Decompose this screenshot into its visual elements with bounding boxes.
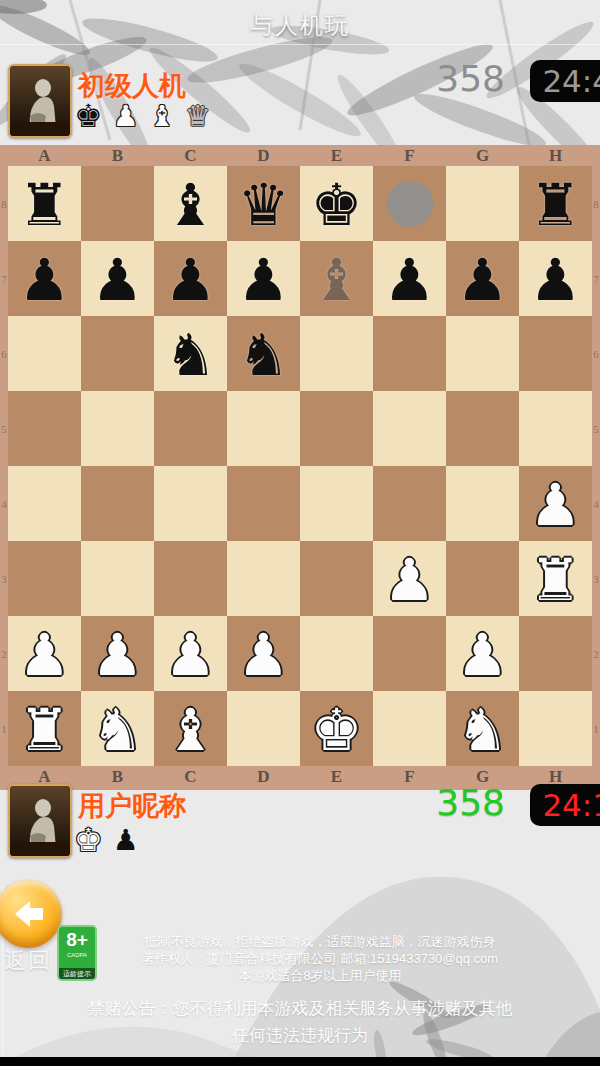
top-player-clock: 24:4 bbox=[530, 60, 600, 102]
captured-white-bishop: ♝ bbox=[149, 98, 175, 134]
square-h5[interactable] bbox=[519, 391, 592, 466]
board-frame-corner bbox=[592, 145, 600, 166]
piece-white-king: ♚ bbox=[300, 691, 373, 766]
square-b2[interactable]: ♟ bbox=[81, 616, 154, 691]
file-label-a: A bbox=[8, 145, 81, 166]
piece-black-bishop-ghost: ♝ bbox=[300, 241, 373, 316]
square-b8[interactable] bbox=[81, 166, 154, 241]
age-rating-badge: 8+ CADPA 适龄提示 bbox=[57, 925, 97, 981]
piece-white-rook: ♜ bbox=[8, 691, 81, 766]
file-label-f: F bbox=[373, 766, 446, 790]
top-player-avatar bbox=[8, 64, 72, 138]
square-d8[interactable]: ♛ bbox=[227, 166, 300, 241]
rank-label-6: 6 bbox=[0, 316, 8, 391]
file-label-e: E bbox=[300, 766, 373, 790]
square-f2[interactable] bbox=[373, 616, 446, 691]
square-d1[interactable] bbox=[227, 691, 300, 766]
bottom-player-avatar bbox=[8, 784, 72, 858]
square-b3[interactable] bbox=[81, 541, 154, 616]
board-frame-corner bbox=[0, 766, 8, 790]
square-a4[interactable] bbox=[8, 466, 81, 541]
rank-label-7: 7 bbox=[0, 241, 8, 316]
file-label-c: C bbox=[154, 766, 227, 790]
bottom-player-clock: 24:1 bbox=[530, 784, 600, 826]
anti-gambling-line2: 任何违法违规行为 bbox=[40, 1022, 560, 1049]
board-squares: ♜♝♛♚♜♟♟♟♟♝♟♟♟♞♞♟♟♜♟♟♟♟♟♜♞♝♚♞ bbox=[8, 166, 592, 766]
square-h4[interactable]: ♟ bbox=[519, 466, 592, 541]
back-arrow-icon bbox=[8, 894, 48, 934]
back-button[interactable] bbox=[0, 880, 62, 948]
file-labels-top: ABCDEFGH bbox=[0, 145, 600, 166]
age-notice: 本游戏适合8岁以上用户使用 bbox=[95, 967, 545, 984]
copyright-notice: 著作权人：厦门音合科技有限公司 邮箱:1519433730@qq.com bbox=[95, 950, 545, 967]
square-b6[interactable] bbox=[81, 316, 154, 391]
rank-label-1: 1 bbox=[592, 691, 600, 766]
piece-black-rook: ♜ bbox=[519, 166, 592, 241]
legal-notice-block: 抵制不良游戏，拒绝盗版游戏，适度游戏益脑，沉迷游戏伤身 著作权人：厦门音合科技有… bbox=[95, 933, 545, 984]
square-g3[interactable] bbox=[446, 541, 519, 616]
bottom-player-name: 用户昵称 bbox=[78, 788, 186, 824]
square-g5[interactable] bbox=[446, 391, 519, 466]
square-f3[interactable]: ♟ bbox=[373, 541, 446, 616]
square-g8[interactable] bbox=[446, 166, 519, 241]
square-c5[interactable] bbox=[154, 391, 227, 466]
piece-white-rook: ♜ bbox=[519, 541, 592, 616]
square-f8[interactable] bbox=[373, 166, 446, 241]
square-b4[interactable] bbox=[81, 466, 154, 541]
square-d3[interactable] bbox=[227, 541, 300, 616]
move-origin-dot bbox=[387, 181, 433, 227]
app-screen: 与人机玩 初级人机 358 24:4 ♚♟♝♛ ABCDEFGH 8765432… bbox=[0, 0, 600, 1066]
header-divider bbox=[0, 44, 600, 45]
bottom-player-score: 358 bbox=[436, 782, 505, 823]
top-player-captured-tray: ♚♟♝♛ bbox=[74, 98, 211, 134]
chess-board: ABCDEFGH 87654321 ♜♝♛♚♜♟♟♟♟♝♟♟♟♞♞♟♟♜♟♟♟♟… bbox=[0, 145, 600, 790]
age-rating-label: 适龄提示 bbox=[59, 968, 95, 979]
square-f5[interactable] bbox=[373, 391, 446, 466]
rank-labels-right: 87654321 bbox=[592, 166, 600, 766]
piece-white-knight: ♞ bbox=[81, 691, 154, 766]
rank-label-8: 8 bbox=[592, 166, 600, 241]
file-labels-bottom: ABCDEFGH bbox=[0, 766, 600, 790]
square-a1[interactable]: ♜ bbox=[8, 691, 81, 766]
square-e7[interactable]: ♝ bbox=[300, 241, 373, 316]
rank-label-2: 2 bbox=[592, 616, 600, 691]
square-c2[interactable]: ♟ bbox=[154, 616, 227, 691]
piece-white-knight: ♞ bbox=[446, 691, 519, 766]
square-b5[interactable] bbox=[81, 391, 154, 466]
square-a8[interactable]: ♜ bbox=[8, 166, 81, 241]
piece-black-pawn: ♟ bbox=[519, 241, 592, 316]
square-c3[interactable] bbox=[154, 541, 227, 616]
rank-label-4: 4 bbox=[592, 466, 600, 541]
square-g4[interactable] bbox=[446, 466, 519, 541]
square-f1[interactable] bbox=[373, 691, 446, 766]
piece-black-pawn: ♟ bbox=[81, 241, 154, 316]
square-d7[interactable]: ♟ bbox=[227, 241, 300, 316]
back-button-label[interactable]: 返回 bbox=[4, 946, 52, 976]
square-e5[interactable] bbox=[300, 391, 373, 466]
captured-black-pawn: ♟ bbox=[113, 822, 139, 858]
square-f6[interactable] bbox=[373, 316, 446, 391]
square-c1[interactable]: ♝ bbox=[154, 691, 227, 766]
file-label-g: G bbox=[446, 145, 519, 166]
piece-white-pawn: ♟ bbox=[8, 616, 81, 691]
piece-white-pawn: ♟ bbox=[227, 616, 300, 691]
anti-gambling-line1: 禁赌公告：您不得利用本游戏及相关服务从事涉赌及其他 bbox=[40, 995, 560, 1022]
page-title: 与人机玩 bbox=[0, 10, 600, 41]
square-h6[interactable] bbox=[519, 316, 592, 391]
piece-black-pawn: ♟ bbox=[373, 241, 446, 316]
captured-white-queen: ♛ bbox=[185, 98, 211, 134]
square-b1[interactable]: ♞ bbox=[81, 691, 154, 766]
square-g6[interactable] bbox=[446, 316, 519, 391]
square-h7[interactable]: ♟ bbox=[519, 241, 592, 316]
square-a3[interactable] bbox=[8, 541, 81, 616]
piece-black-bishop: ♝ bbox=[154, 166, 227, 241]
statue-avatar-image bbox=[10, 66, 70, 136]
square-h8[interactable]: ♜ bbox=[519, 166, 592, 241]
board-frame-corner bbox=[0, 145, 8, 166]
square-c7[interactable]: ♟ bbox=[154, 241, 227, 316]
piece-black-pawn: ♟ bbox=[154, 241, 227, 316]
rank-label-2: 2 bbox=[0, 616, 8, 691]
square-a6[interactable] bbox=[8, 316, 81, 391]
rank-label-8: 8 bbox=[0, 166, 8, 241]
piece-white-pawn: ♟ bbox=[446, 616, 519, 691]
square-e3[interactable] bbox=[300, 541, 373, 616]
piece-white-pawn: ♟ bbox=[373, 541, 446, 616]
rank-label-7: 7 bbox=[592, 241, 600, 316]
square-h1[interactable] bbox=[519, 691, 592, 766]
file-label-d: D bbox=[227, 766, 300, 790]
rank-label-3: 3 bbox=[0, 541, 8, 616]
square-d5[interactable] bbox=[227, 391, 300, 466]
square-e6[interactable] bbox=[300, 316, 373, 391]
rank-label-5: 5 bbox=[0, 391, 8, 466]
rank-label-5: 5 bbox=[592, 391, 600, 466]
player-side-icon-white-king: ♚ bbox=[74, 822, 103, 858]
file-label-e: E bbox=[300, 145, 373, 166]
piece-black-pawn: ♟ bbox=[446, 241, 519, 316]
piece-white-pawn: ♟ bbox=[519, 466, 592, 541]
health-notice: 抵制不良游戏，拒绝盗版游戏，适度游戏益脑，沉迷游戏伤身 bbox=[95, 933, 545, 950]
piece-black-knight: ♞ bbox=[227, 316, 300, 391]
square-b7[interactable]: ♟ bbox=[81, 241, 154, 316]
square-g1[interactable]: ♞ bbox=[446, 691, 519, 766]
age-rating-value: 8+ bbox=[66, 929, 88, 951]
top-player-score: 358 bbox=[436, 58, 505, 99]
piece-black-queen: ♛ bbox=[227, 166, 300, 241]
piece-black-king: ♚ bbox=[300, 166, 373, 241]
square-c6[interactable]: ♞ bbox=[154, 316, 227, 391]
square-d2[interactable]: ♟ bbox=[227, 616, 300, 691]
square-e2[interactable] bbox=[300, 616, 373, 691]
rank-label-4: 4 bbox=[0, 466, 8, 541]
statue-avatar-image bbox=[10, 786, 70, 856]
rank-label-1: 1 bbox=[0, 691, 8, 766]
piece-black-knight: ♞ bbox=[154, 316, 227, 391]
file-label-b: B bbox=[81, 145, 154, 166]
rank-labels-left: 87654321 bbox=[0, 166, 8, 766]
square-d6[interactable]: ♞ bbox=[227, 316, 300, 391]
player-side-icon-black-king: ♚ bbox=[74, 98, 103, 134]
file-label-h: H bbox=[519, 145, 592, 166]
square-f4[interactable] bbox=[373, 466, 446, 541]
square-g7[interactable]: ♟ bbox=[446, 241, 519, 316]
piece-black-pawn: ♟ bbox=[227, 241, 300, 316]
square-a5[interactable] bbox=[8, 391, 81, 466]
square-h2[interactable] bbox=[519, 616, 592, 691]
square-e1[interactable]: ♚ bbox=[300, 691, 373, 766]
square-c8[interactable]: ♝ bbox=[154, 166, 227, 241]
square-e4[interactable] bbox=[300, 466, 373, 541]
square-c4[interactable] bbox=[154, 466, 227, 541]
square-e8[interactable]: ♚ bbox=[300, 166, 373, 241]
square-f7[interactable]: ♟ bbox=[373, 241, 446, 316]
piece-black-rook: ♜ bbox=[8, 166, 81, 241]
piece-white-bishop: ♝ bbox=[154, 691, 227, 766]
piece-white-pawn: ♟ bbox=[154, 616, 227, 691]
file-label-f: F bbox=[373, 145, 446, 166]
anti-gambling-notice: 禁赌公告：您不得利用本游戏及相关服务从事涉赌及其他 任何违法违规行为 bbox=[40, 995, 560, 1049]
square-g2[interactable]: ♟ bbox=[446, 616, 519, 691]
bottom-player-captured-tray: ♚♟ bbox=[74, 822, 139, 858]
file-label-d: D bbox=[227, 145, 300, 166]
age-rating-org: CADPA bbox=[67, 951, 87, 959]
piece-black-pawn: ♟ bbox=[8, 241, 81, 316]
piece-white-pawn: ♟ bbox=[81, 616, 154, 691]
captured-white-pawn: ♟ bbox=[113, 98, 139, 134]
rank-label-6: 6 bbox=[592, 316, 600, 391]
file-label-b: B bbox=[81, 766, 154, 790]
square-d4[interactable] bbox=[227, 466, 300, 541]
square-a7[interactable]: ♟ bbox=[8, 241, 81, 316]
file-label-c: C bbox=[154, 145, 227, 166]
square-a2[interactable]: ♟ bbox=[8, 616, 81, 691]
square-h3[interactable]: ♜ bbox=[519, 541, 592, 616]
rank-label-3: 3 bbox=[592, 541, 600, 616]
bottom-black-bar bbox=[0, 1057, 600, 1066]
